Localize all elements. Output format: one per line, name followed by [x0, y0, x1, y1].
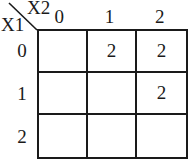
cell-r1c2: 2 [137, 73, 186, 115]
row-header-0: 0 [8, 29, 36, 72]
column-header-1: 1 [84, 7, 134, 27]
cell-r0c2: 2 [137, 31, 186, 73]
cell-r2c2 [137, 115, 186, 157]
cell-r0c0 [39, 31, 88, 73]
row-header-1: 1 [8, 72, 36, 115]
cell-r0c1: 2 [88, 31, 137, 73]
matrix-diagram: X2 X1 0 1 2 0 1 2 2 2 2 [0, 0, 191, 165]
column-headers: 0 1 2 [34, 7, 185, 27]
cell-r2c1 [88, 115, 137, 157]
grid: 2 2 2 [37, 29, 188, 159]
column-header-0: 0 [34, 7, 84, 27]
row-header-2: 2 [8, 116, 36, 159]
column-header-2: 2 [135, 7, 185, 27]
cell-r2c0 [39, 115, 88, 157]
row-headers: 0 1 2 [8, 29, 36, 159]
cell-r1c1 [88, 73, 137, 115]
cell-r1c0 [39, 73, 88, 115]
